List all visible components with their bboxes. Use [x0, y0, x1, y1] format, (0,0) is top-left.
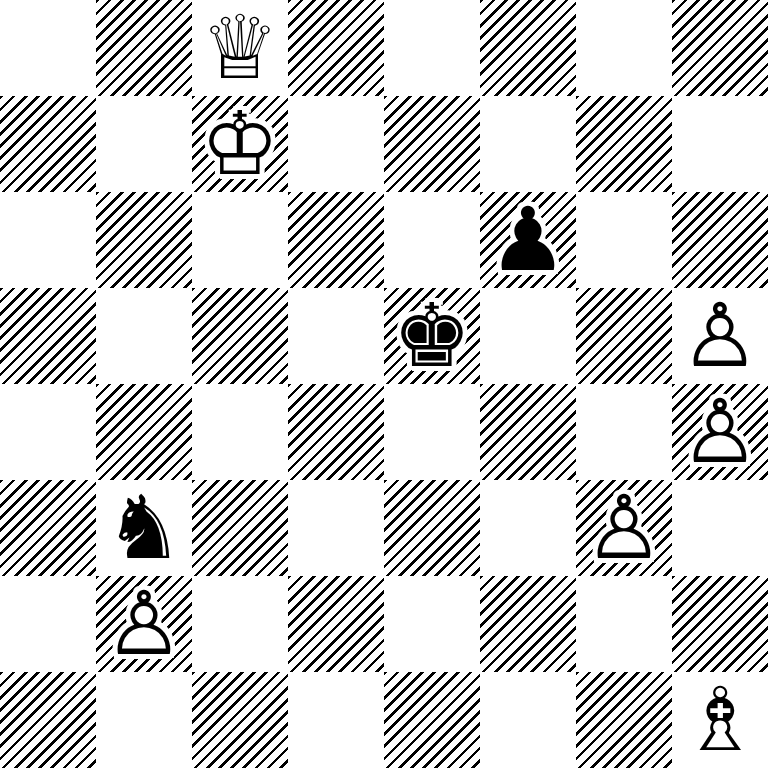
square-b5[interactable]: [96, 288, 192, 384]
piece-glyph: ♙: [672, 384, 768, 480]
square-g2[interactable]: [576, 576, 672, 672]
square-b8[interactable]: [96, 0, 192, 96]
square-f2[interactable]: [480, 576, 576, 672]
square-a6[interactable]: [0, 192, 96, 288]
square-c3[interactable]: [192, 480, 288, 576]
square-d3[interactable]: [288, 480, 384, 576]
piece-glyph: ♚: [384, 288, 480, 384]
square-f3[interactable]: [480, 480, 576, 576]
square-f1[interactable]: [480, 672, 576, 768]
square-b6[interactable]: [96, 192, 192, 288]
square-d8[interactable]: [288, 0, 384, 96]
square-e1[interactable]: [384, 672, 480, 768]
square-d2[interactable]: [288, 576, 384, 672]
square-c5[interactable]: [192, 288, 288, 384]
piece-glyph: ♙: [672, 288, 768, 384]
square-b1[interactable]: [96, 672, 192, 768]
square-f6[interactable]: ♟♟: [480, 192, 576, 288]
piece-glyph: ♕: [192, 0, 288, 96]
piece-black-king[interactable]: ♚♚: [384, 288, 480, 384]
piece-white-queen[interactable]: ♛♕: [192, 0, 288, 96]
piece-glyph: ♗: [672, 672, 768, 768]
square-h4[interactable]: ♟♙: [672, 384, 768, 480]
square-h3[interactable]: [672, 480, 768, 576]
chess-board: ♛♕♚♔♟♟♚♚♟♙♟♙♞♞♟♙♟♙♝♗: [0, 0, 768, 768]
piece-glyph: ♞: [96, 480, 192, 576]
square-e8[interactable]: [384, 0, 480, 96]
square-h5[interactable]: ♟♙: [672, 288, 768, 384]
square-h2[interactable]: [672, 576, 768, 672]
piece-white-pawn[interactable]: ♟♙: [672, 288, 768, 384]
piece-white-pawn[interactable]: ♟♙: [576, 480, 672, 576]
square-g5[interactable]: [576, 288, 672, 384]
square-f8[interactable]: [480, 0, 576, 96]
piece-black-knight[interactable]: ♞♞: [96, 480, 192, 576]
piece-glyph: ♔: [192, 96, 288, 192]
piece-black-pawn[interactable]: ♟♟: [480, 192, 576, 288]
square-b3[interactable]: ♞♞: [96, 480, 192, 576]
square-b4[interactable]: [96, 384, 192, 480]
square-d1[interactable]: [288, 672, 384, 768]
square-e3[interactable]: [384, 480, 480, 576]
square-h7[interactable]: [672, 96, 768, 192]
square-e5[interactable]: ♚♚: [384, 288, 480, 384]
square-c6[interactable]: [192, 192, 288, 288]
square-a7[interactable]: [0, 96, 96, 192]
square-e4[interactable]: [384, 384, 480, 480]
square-h8[interactable]: [672, 0, 768, 96]
square-a1[interactable]: [0, 672, 96, 768]
square-b7[interactable]: [96, 96, 192, 192]
piece-glyph: ♙: [576, 480, 672, 576]
piece-white-king[interactable]: ♚♔: [192, 96, 288, 192]
square-g7[interactable]: [576, 96, 672, 192]
square-d4[interactable]: [288, 384, 384, 480]
piece-white-bishop[interactable]: ♝♗: [672, 672, 768, 768]
square-d7[interactable]: [288, 96, 384, 192]
square-a3[interactable]: [0, 480, 96, 576]
square-c1[interactable]: [192, 672, 288, 768]
square-h6[interactable]: [672, 192, 768, 288]
square-a4[interactable]: [0, 384, 96, 480]
square-g1[interactable]: [576, 672, 672, 768]
square-c8[interactable]: ♛♕: [192, 0, 288, 96]
square-g8[interactable]: [576, 0, 672, 96]
square-e2[interactable]: [384, 576, 480, 672]
square-c7[interactable]: ♚♔: [192, 96, 288, 192]
square-g3[interactable]: ♟♙: [576, 480, 672, 576]
square-c4[interactable]: [192, 384, 288, 480]
square-h1[interactable]: ♝♗: [672, 672, 768, 768]
square-a8[interactable]: [0, 0, 96, 96]
square-b2[interactable]: ♟♙: [96, 576, 192, 672]
piece-glyph: ♙: [96, 576, 192, 672]
square-a2[interactable]: [0, 576, 96, 672]
piece-white-pawn[interactable]: ♟♙: [96, 576, 192, 672]
square-f4[interactable]: [480, 384, 576, 480]
piece-white-pawn[interactable]: ♟♙: [672, 384, 768, 480]
square-d5[interactable]: [288, 288, 384, 384]
square-g6[interactable]: [576, 192, 672, 288]
square-d6[interactable]: [288, 192, 384, 288]
piece-glyph: ♟: [480, 192, 576, 288]
square-a5[interactable]: [0, 288, 96, 384]
square-e7[interactable]: [384, 96, 480, 192]
square-f5[interactable]: [480, 288, 576, 384]
square-e6[interactable]: [384, 192, 480, 288]
square-g4[interactable]: [576, 384, 672, 480]
square-f7[interactable]: [480, 96, 576, 192]
square-c2[interactable]: [192, 576, 288, 672]
